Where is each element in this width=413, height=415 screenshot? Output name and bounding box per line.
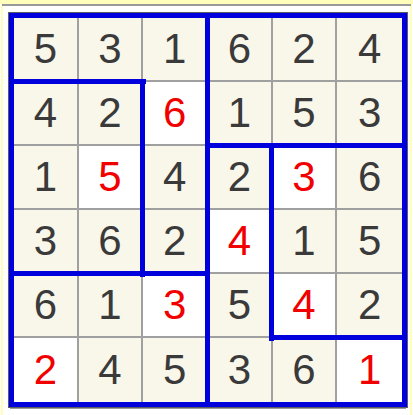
cell-r6c2[interactable]: 4 (79, 338, 144, 402)
cell-r4c1[interactable]: 3 (14, 210, 79, 274)
cell-r1c6[interactable]: 4 (337, 18, 402, 82)
cell-r1c2[interactable]: 3 (79, 18, 144, 82)
cell-r1c5[interactable]: 2 (273, 18, 338, 82)
cell-r5c4[interactable]: 5 (208, 274, 273, 338)
cell-r2c4[interactable]: 1 (208, 82, 273, 146)
cell-r6c6[interactable]: 1 (337, 338, 402, 402)
cell-r6c1[interactable]: 2 (14, 338, 79, 402)
cell-r3c3[interactable]: 4 (143, 146, 208, 210)
page-frame-right (410, 0, 412, 415)
cell-r3c4[interactable]: 2 (208, 146, 273, 210)
sudoku-board: 531624426153154236362415613542245361 (9, 13, 407, 407)
cell-r5c3[interactable]: 3 (143, 274, 208, 338)
cell-r6c4[interactable]: 3 (208, 338, 273, 402)
cell-r4c4[interactable]: 4 (208, 210, 273, 274)
cell-r5c2[interactable]: 1 (79, 274, 144, 338)
cell-r1c1[interactable]: 5 (14, 18, 79, 82)
cell-r2c6[interactable]: 3 (337, 82, 402, 146)
cell-r3c2[interactable]: 5 (79, 146, 144, 210)
divider-rule (2, 4, 411, 6)
cell-r6c3[interactable]: 5 (143, 338, 208, 402)
cell-r4c2[interactable]: 6 (79, 210, 144, 274)
cell-r5c1[interactable]: 6 (14, 274, 79, 338)
sudoku-grid: 531624426153154236362415613542245361 (14, 18, 402, 402)
cell-r2c2[interactable]: 2 (79, 82, 144, 146)
cell-r1c3[interactable]: 1 (143, 18, 208, 82)
cell-r4c5[interactable]: 1 (273, 210, 338, 274)
cell-r4c3[interactable]: 2 (143, 210, 208, 274)
cell-r2c3[interactable]: 6 (143, 82, 208, 146)
cell-r6c5[interactable]: 6 (273, 338, 338, 402)
cell-r2c1[interactable]: 4 (14, 82, 79, 146)
cell-r5c5[interactable]: 4 (273, 274, 338, 338)
cell-r5c6[interactable]: 2 (337, 274, 402, 338)
page: 531624426153154236362415613542245361 (0, 0, 413, 415)
cell-r3c5[interactable]: 3 (273, 146, 338, 210)
cell-r3c6[interactable]: 6 (337, 146, 402, 210)
cell-r3c1[interactable]: 1 (14, 146, 79, 210)
cell-r4c6[interactable]: 5 (337, 210, 402, 274)
cell-r1c4[interactable]: 6 (208, 18, 273, 82)
cell-r2c5[interactable]: 5 (273, 82, 338, 146)
page-frame-left (1, 0, 3, 415)
